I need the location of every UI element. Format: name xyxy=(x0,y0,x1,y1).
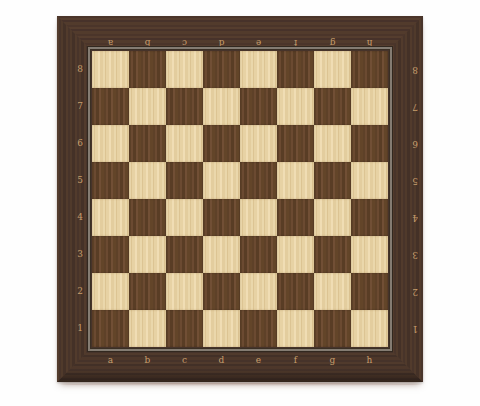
square-a8[interactable] xyxy=(92,51,129,88)
square-a6[interactable] xyxy=(92,125,129,162)
square-f1[interactable] xyxy=(277,310,314,347)
square-f6[interactable] xyxy=(277,125,314,162)
square-f2[interactable] xyxy=(277,273,314,310)
file-label-b: b xyxy=(129,351,166,365)
square-h2[interactable] xyxy=(351,273,388,310)
square-g2[interactable] xyxy=(314,273,351,310)
square-e1[interactable] xyxy=(240,310,277,347)
playing-field xyxy=(88,47,392,351)
square-f8[interactable] xyxy=(277,51,314,88)
square-a7[interactable] xyxy=(92,88,129,125)
square-h7[interactable] xyxy=(351,88,388,125)
rank-label-1: 1 xyxy=(392,324,423,333)
square-b8[interactable] xyxy=(129,51,166,88)
square-f7[interactable] xyxy=(277,88,314,125)
square-a1[interactable] xyxy=(92,310,129,347)
rank-label-5: 5 xyxy=(392,176,423,185)
square-e5[interactable] xyxy=(240,162,277,199)
square-b7[interactable] xyxy=(129,88,166,125)
file-label-g: g xyxy=(314,351,351,365)
file-label-a: a xyxy=(92,34,129,47)
file-label-c: c xyxy=(166,351,203,365)
square-h5[interactable] xyxy=(351,162,388,199)
square-f3[interactable] xyxy=(277,236,314,273)
square-b6[interactable] xyxy=(129,125,166,162)
square-a3[interactable] xyxy=(92,236,129,273)
square-b5[interactable] xyxy=(129,162,166,199)
chess-board: abcdefgh abcdefgh 87654321 87654321 xyxy=(57,16,423,382)
square-d1[interactable] xyxy=(203,310,240,347)
rank-label-3: 3 xyxy=(392,250,423,259)
rank-label-2: 2 xyxy=(392,287,423,296)
file-label-g: g xyxy=(314,34,351,47)
square-a5[interactable] xyxy=(92,162,129,199)
rank-label-8: 8 xyxy=(57,65,88,74)
square-c5[interactable] xyxy=(166,162,203,199)
square-f4[interactable] xyxy=(277,199,314,236)
square-g5[interactable] xyxy=(314,162,351,199)
square-c8[interactable] xyxy=(166,51,203,88)
file-label-d: d xyxy=(203,351,240,365)
square-d8[interactable] xyxy=(203,51,240,88)
square-d6[interactable] xyxy=(203,125,240,162)
square-b3[interactable] xyxy=(129,236,166,273)
rank-label-6: 6 xyxy=(57,139,88,148)
rank-label-8: 8 xyxy=(392,65,423,74)
rank-label-6: 6 xyxy=(392,139,423,148)
file-label-e: e xyxy=(240,34,277,47)
file-label-a: a xyxy=(92,351,129,365)
square-d5[interactable] xyxy=(203,162,240,199)
file-labels-top: abcdefgh xyxy=(92,16,388,47)
square-b2[interactable] xyxy=(129,273,166,310)
square-d3[interactable] xyxy=(203,236,240,273)
square-e3[interactable] xyxy=(240,236,277,273)
square-d4[interactable] xyxy=(203,199,240,236)
rank-label-4: 4 xyxy=(392,213,423,222)
square-e8[interactable] xyxy=(240,51,277,88)
file-label-b: b xyxy=(129,34,166,47)
square-e6[interactable] xyxy=(240,125,277,162)
square-e7[interactable] xyxy=(240,88,277,125)
square-e2[interactable] xyxy=(240,273,277,310)
rank-label-1: 1 xyxy=(57,324,88,333)
file-label-e: e xyxy=(240,351,277,365)
square-c4[interactable] xyxy=(166,199,203,236)
squares-grid xyxy=(92,51,388,347)
square-g1[interactable] xyxy=(314,310,351,347)
rank-label-3: 3 xyxy=(57,250,88,259)
square-c7[interactable] xyxy=(166,88,203,125)
rank-label-4: 4 xyxy=(57,213,88,222)
file-label-h: h xyxy=(351,351,388,365)
square-d2[interactable] xyxy=(203,273,240,310)
file-label-c: c xyxy=(166,34,203,47)
square-a2[interactable] xyxy=(92,273,129,310)
square-f5[interactable] xyxy=(277,162,314,199)
rank-label-2: 2 xyxy=(57,287,88,296)
board-drop-shadow xyxy=(60,383,422,386)
square-b4[interactable] xyxy=(129,199,166,236)
rank-labels-right: 87654321 xyxy=(392,51,423,347)
square-g4[interactable] xyxy=(314,199,351,236)
square-g3[interactable] xyxy=(314,236,351,273)
file-label-h: h xyxy=(351,34,388,47)
square-h4[interactable] xyxy=(351,199,388,236)
square-h3[interactable] xyxy=(351,236,388,273)
square-g7[interactable] xyxy=(314,88,351,125)
rank-label-7: 7 xyxy=(392,102,423,111)
square-h8[interactable] xyxy=(351,51,388,88)
square-c3[interactable] xyxy=(166,236,203,273)
square-e4[interactable] xyxy=(240,199,277,236)
rank-label-7: 7 xyxy=(57,102,88,111)
file-labels-bottom: abcdefgh xyxy=(92,351,388,382)
square-d7[interactable] xyxy=(203,88,240,125)
file-label-f: f xyxy=(277,351,314,365)
file-label-f: f xyxy=(277,34,314,47)
square-h1[interactable] xyxy=(351,310,388,347)
square-h6[interactable] xyxy=(351,125,388,162)
square-a4[interactable] xyxy=(92,199,129,236)
file-label-d: d xyxy=(203,34,240,47)
square-c6[interactable] xyxy=(166,125,203,162)
square-g8[interactable] xyxy=(314,51,351,88)
square-c2[interactable] xyxy=(166,273,203,310)
square-g6[interactable] xyxy=(314,125,351,162)
rank-labels-left: 87654321 xyxy=(57,51,88,347)
square-c1[interactable] xyxy=(166,310,203,347)
square-b1[interactable] xyxy=(129,310,166,347)
page-background: abcdefgh abcdefgh 87654321 87654321 xyxy=(0,0,480,406)
rank-label-5: 5 xyxy=(57,176,88,185)
